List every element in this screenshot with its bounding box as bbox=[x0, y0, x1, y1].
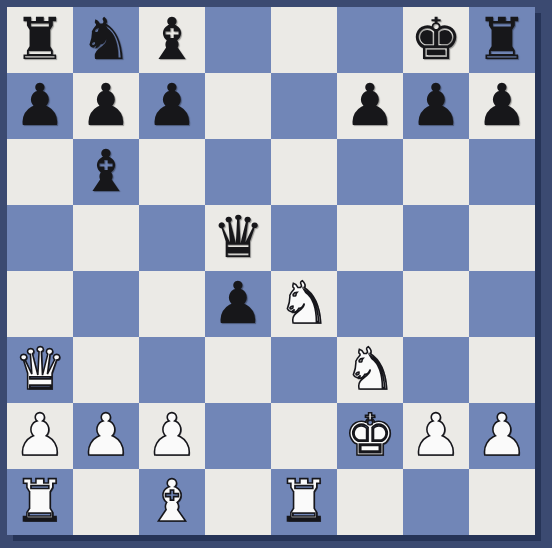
square-g8[interactable]: ♚ bbox=[403, 7, 469, 73]
piece-white-knight[interactable]: ♞ bbox=[271, 271, 337, 337]
piece-black-pawn[interactable]: ♟ bbox=[73, 73, 139, 139]
piece-white-knight[interactable]: ♞ bbox=[337, 337, 403, 403]
square-b1[interactable] bbox=[73, 469, 139, 535]
square-a2[interactable]: ♟ bbox=[7, 403, 73, 469]
square-h6[interactable] bbox=[469, 139, 535, 205]
square-c7[interactable]: ♟ bbox=[139, 73, 205, 139]
square-f1[interactable] bbox=[337, 469, 403, 535]
square-h8[interactable]: ♜ bbox=[469, 7, 535, 73]
piece-white-pawn[interactable]: ♟ bbox=[403, 403, 469, 469]
square-a4[interactable] bbox=[7, 271, 73, 337]
square-h7[interactable]: ♟ bbox=[469, 73, 535, 139]
chess-board-frame: ♜♞♝♚♜♟♟♟♟♟♟♝♛♟♞♛♞♟♟♟♚♟♟♜♝♜ bbox=[0, 0, 552, 548]
square-f5[interactable] bbox=[337, 205, 403, 271]
square-d3[interactable] bbox=[205, 337, 271, 403]
square-b3[interactable] bbox=[73, 337, 139, 403]
square-e3[interactable] bbox=[271, 337, 337, 403]
square-f6[interactable] bbox=[337, 139, 403, 205]
piece-white-rook[interactable]: ♜ bbox=[271, 469, 337, 535]
chess-board: ♜♞♝♚♜♟♟♟♟♟♟♝♛♟♞♛♞♟♟♟♚♟♟♜♝♜ bbox=[7, 7, 535, 535]
square-a6[interactable] bbox=[7, 139, 73, 205]
piece-black-pawn[interactable]: ♟ bbox=[337, 73, 403, 139]
piece-black-bishop[interactable]: ♝ bbox=[139, 7, 205, 73]
piece-white-pawn[interactable]: ♟ bbox=[139, 403, 205, 469]
square-h4[interactable] bbox=[469, 271, 535, 337]
square-a8[interactable]: ♜ bbox=[7, 7, 73, 73]
square-c1[interactable]: ♝ bbox=[139, 469, 205, 535]
square-g6[interactable] bbox=[403, 139, 469, 205]
square-h1[interactable] bbox=[469, 469, 535, 535]
piece-white-rook[interactable]: ♜ bbox=[7, 469, 73, 535]
piece-white-queen[interactable]: ♛ bbox=[7, 337, 73, 403]
square-f4[interactable] bbox=[337, 271, 403, 337]
piece-black-queen[interactable]: ♛ bbox=[205, 205, 271, 271]
piece-black-pawn[interactable]: ♟ bbox=[139, 73, 205, 139]
square-e1[interactable]: ♜ bbox=[271, 469, 337, 535]
square-f3[interactable]: ♞ bbox=[337, 337, 403, 403]
square-g5[interactable] bbox=[403, 205, 469, 271]
square-b2[interactable]: ♟ bbox=[73, 403, 139, 469]
square-d4[interactable]: ♟ bbox=[205, 271, 271, 337]
square-f8[interactable] bbox=[337, 7, 403, 73]
square-a5[interactable] bbox=[7, 205, 73, 271]
piece-white-bishop[interactable]: ♝ bbox=[139, 469, 205, 535]
square-f7[interactable]: ♟ bbox=[337, 73, 403, 139]
piece-black-knight[interactable]: ♞ bbox=[73, 7, 139, 73]
square-c8[interactable]: ♝ bbox=[139, 7, 205, 73]
square-g2[interactable]: ♟ bbox=[403, 403, 469, 469]
square-e6[interactable] bbox=[271, 139, 337, 205]
square-a3[interactable]: ♛ bbox=[7, 337, 73, 403]
square-e2[interactable] bbox=[271, 403, 337, 469]
piece-black-pawn[interactable]: ♟ bbox=[205, 271, 271, 337]
square-c3[interactable] bbox=[139, 337, 205, 403]
piece-white-pawn[interactable]: ♟ bbox=[73, 403, 139, 469]
piece-black-king[interactable]: ♚ bbox=[403, 7, 469, 73]
square-d6[interactable] bbox=[205, 139, 271, 205]
piece-white-pawn[interactable]: ♟ bbox=[469, 403, 535, 469]
square-b4[interactable] bbox=[73, 271, 139, 337]
piece-black-pawn[interactable]: ♟ bbox=[403, 73, 469, 139]
square-e5[interactable] bbox=[271, 205, 337, 271]
square-c5[interactable] bbox=[139, 205, 205, 271]
square-d8[interactable] bbox=[205, 7, 271, 73]
square-e4[interactable]: ♞ bbox=[271, 271, 337, 337]
square-h5[interactable] bbox=[469, 205, 535, 271]
piece-black-rook[interactable]: ♜ bbox=[7, 7, 73, 73]
square-b7[interactable]: ♟ bbox=[73, 73, 139, 139]
square-d1[interactable] bbox=[205, 469, 271, 535]
square-f2[interactable]: ♚ bbox=[337, 403, 403, 469]
square-h3[interactable] bbox=[469, 337, 535, 403]
square-h2[interactable]: ♟ bbox=[469, 403, 535, 469]
square-c6[interactable] bbox=[139, 139, 205, 205]
square-g4[interactable] bbox=[403, 271, 469, 337]
square-d2[interactable] bbox=[205, 403, 271, 469]
square-a7[interactable]: ♟ bbox=[7, 73, 73, 139]
square-e8[interactable] bbox=[271, 7, 337, 73]
square-e7[interactable] bbox=[271, 73, 337, 139]
piece-black-rook[interactable]: ♜ bbox=[469, 7, 535, 73]
square-g7[interactable]: ♟ bbox=[403, 73, 469, 139]
square-d7[interactable] bbox=[205, 73, 271, 139]
square-b8[interactable]: ♞ bbox=[73, 7, 139, 73]
piece-white-pawn[interactable]: ♟ bbox=[7, 403, 73, 469]
square-g1[interactable] bbox=[403, 469, 469, 535]
piece-black-pawn[interactable]: ♟ bbox=[469, 73, 535, 139]
square-a1[interactable]: ♜ bbox=[7, 469, 73, 535]
square-c4[interactable] bbox=[139, 271, 205, 337]
piece-black-bishop[interactable]: ♝ bbox=[73, 139, 139, 205]
square-b6[interactable]: ♝ bbox=[73, 139, 139, 205]
square-b5[interactable] bbox=[73, 205, 139, 271]
square-d5[interactable]: ♛ bbox=[205, 205, 271, 271]
square-c2[interactable]: ♟ bbox=[139, 403, 205, 469]
piece-white-king[interactable]: ♚ bbox=[337, 403, 403, 469]
square-g3[interactable] bbox=[403, 337, 469, 403]
piece-black-pawn[interactable]: ♟ bbox=[7, 73, 73, 139]
